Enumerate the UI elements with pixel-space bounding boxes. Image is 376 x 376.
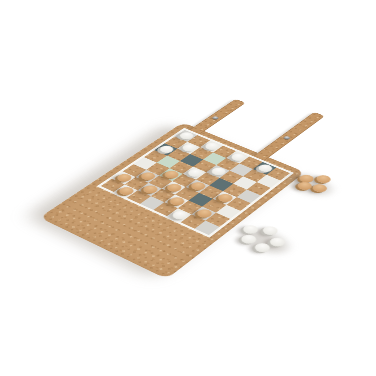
white-checker-r4c4 (185, 167, 204, 178)
white-checker-r1c5 (229, 152, 248, 162)
natural-checker-r7c7 (194, 207, 214, 219)
product-photo-canvas (0, 0, 376, 376)
white-checker-r1c7 (256, 163, 275, 174)
natural-checker-r5c5 (188, 180, 208, 191)
natural-checker-r7c5 (167, 195, 187, 206)
natural-checker-r7c3 (141, 184, 161, 195)
white-checker-r2c2 (180, 142, 199, 152)
cork-mat (39, 122, 305, 279)
natural-checker-r5c7 (215, 192, 235, 203)
white-checker-r1c1 (177, 131, 196, 141)
white-checker-r8c6 (170, 209, 190, 221)
white-checker-r3c1 (157, 144, 176, 154)
board (97, 128, 294, 238)
natural-checker-r8c2 (117, 185, 137, 196)
natural-checker-r6c4 (164, 182, 184, 193)
pieces-layer (101, 130, 290, 235)
table-plane (0, 60, 376, 363)
white-checker-r1c3 (203, 141, 222, 151)
natural-checker-r7c1 (115, 172, 135, 183)
natural-checker-r5c3 (162, 169, 181, 180)
natural-checker-r6c2 (138, 170, 157, 181)
white-checker-r3c5 (209, 166, 228, 177)
